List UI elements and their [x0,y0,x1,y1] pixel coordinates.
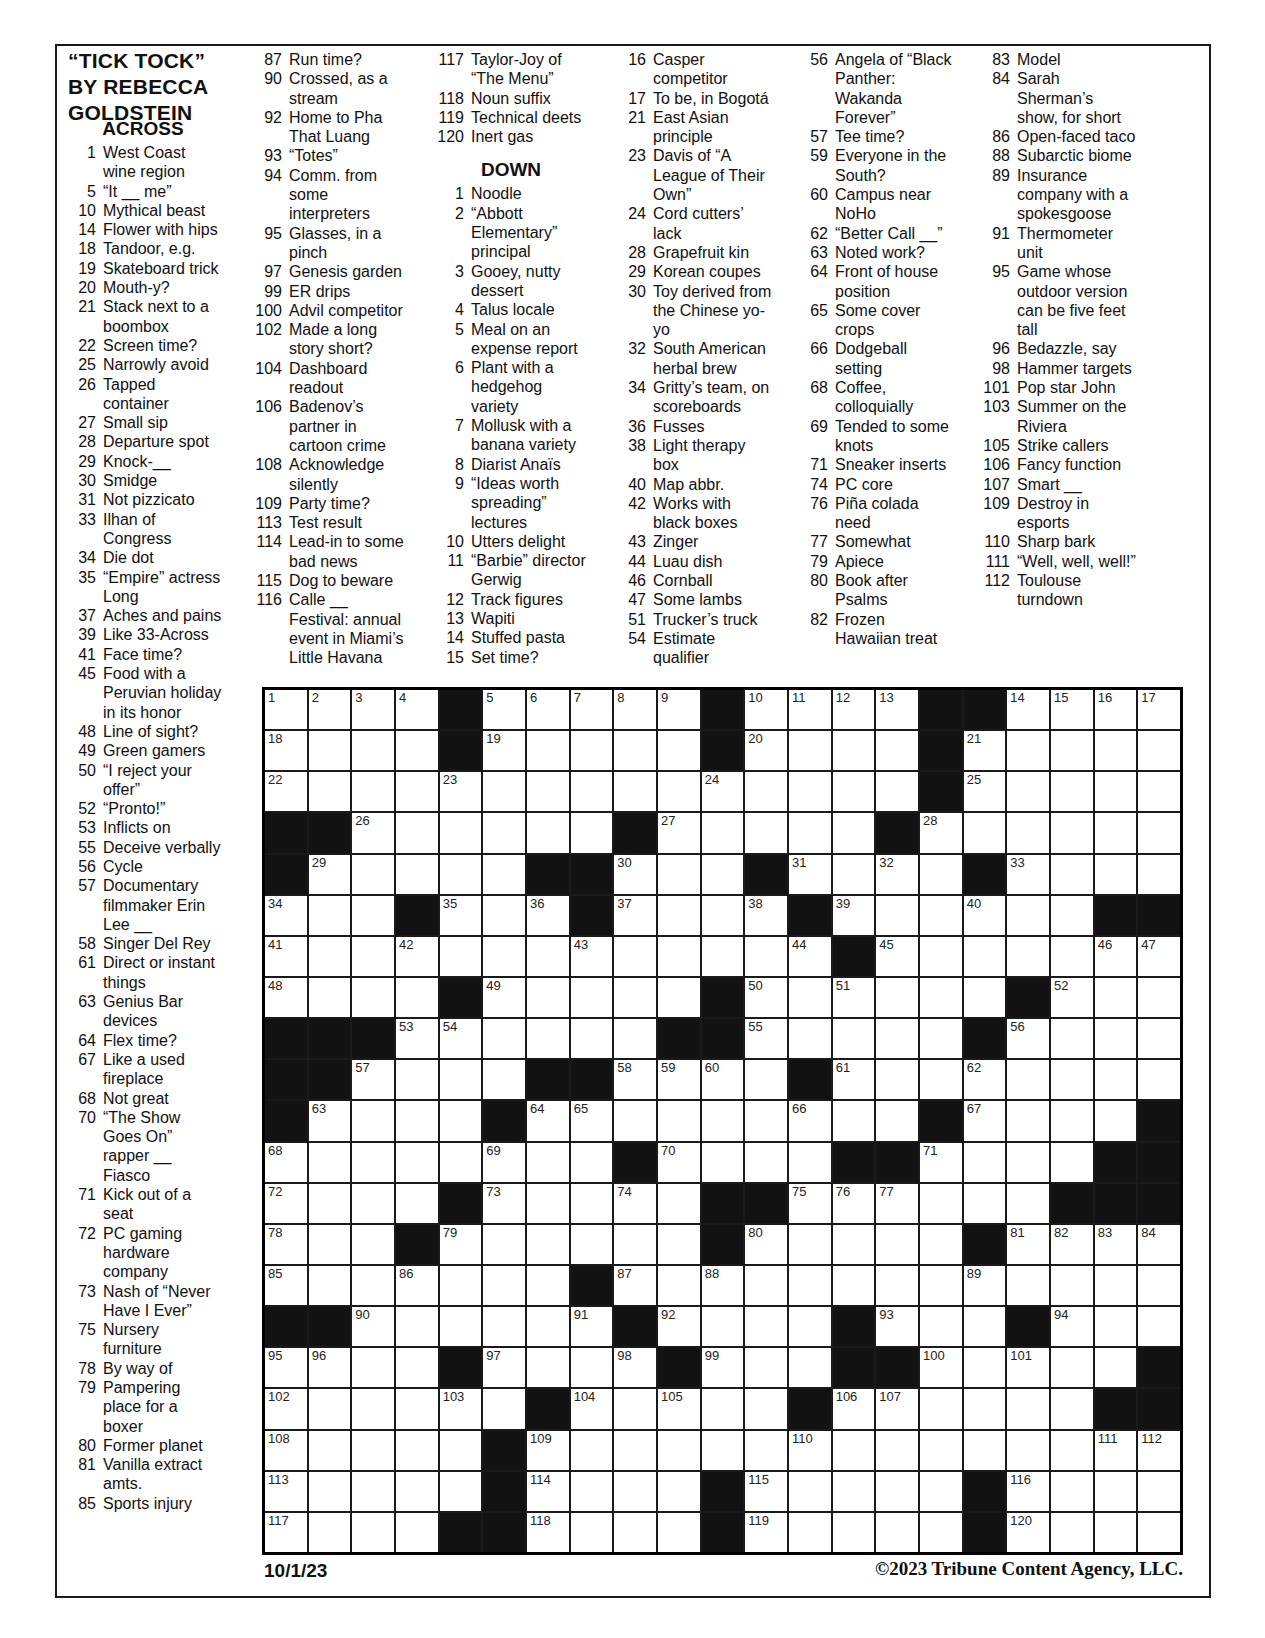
grid-cell[interactable] [571,1472,613,1511]
grid-cell[interactable]: 24 [702,772,744,811]
grid-cell[interactable] [833,1019,875,1058]
grid-cell[interactable] [396,1348,438,1387]
grid-cell[interactable]: 20 [745,731,787,770]
grid-cell[interactable] [1095,1513,1137,1552]
grid-cell[interactable] [440,1266,482,1305]
grid-cell[interactable]: 39 [833,896,875,935]
grid-cell[interactable] [789,813,831,852]
grid-cell[interactable]: 54 [440,1019,482,1058]
grid-cell[interactable]: 49 [483,978,525,1017]
grid-cell[interactable]: 91 [571,1307,613,1346]
grid-cell[interactable] [1095,978,1137,1017]
grid-cell[interactable] [745,813,787,852]
grid-cell[interactable]: 79 [440,1225,482,1264]
grid-cell[interactable] [1138,813,1180,852]
grid-cell[interactable]: 78 [265,1225,307,1264]
grid-cell[interactable] [658,978,700,1017]
grid-cell[interactable]: 112 [1138,1431,1180,1470]
grid-cell[interactable] [396,855,438,894]
grid-cell[interactable] [440,1307,482,1346]
grid-cell[interactable] [614,1225,656,1264]
grid-cell[interactable]: 6 [527,690,569,729]
grid-cell[interactable] [1051,1266,1093,1305]
grid-cell[interactable]: 62 [964,1060,1006,1099]
grid-cell[interactable] [833,1472,875,1511]
grid-cell[interactable] [352,731,394,770]
grid-cell[interactable] [614,1431,656,1470]
grid-cell[interactable] [352,772,394,811]
grid-cell[interactable]: 1 [265,690,307,729]
grid-cell[interactable]: 23 [440,772,482,811]
grid-cell[interactable] [964,1184,1006,1223]
grid-cell[interactable]: 37 [614,896,656,935]
grid-cell[interactable] [483,1225,525,1264]
grid-cell[interactable] [1007,1184,1049,1223]
grid-cell[interactable] [527,1019,569,1058]
grid-cell[interactable] [571,1348,613,1387]
grid-cell[interactable] [658,896,700,935]
grid-cell[interactable] [614,1101,656,1140]
grid-cell[interactable]: 21 [964,731,1006,770]
grid-cell[interactable] [920,1431,962,1470]
grid-cell[interactable] [396,1389,438,1428]
grid-cell[interactable]: 34 [265,896,307,935]
grid-cell[interactable]: 12 [833,690,875,729]
grid-cell[interactable]: 55 [745,1019,787,1058]
grid-cell[interactable] [1007,1266,1049,1305]
grid-cell[interactable] [483,1019,525,1058]
grid-cell[interactable]: 45 [876,937,918,976]
grid-cell[interactable] [483,772,525,811]
grid-cell[interactable] [614,731,656,770]
grid-cell[interactable] [833,1513,875,1552]
grid-cell[interactable]: 4 [396,690,438,729]
grid-cell[interactable] [964,1348,1006,1387]
grid-cell[interactable] [1007,813,1049,852]
grid-cell[interactable] [571,731,613,770]
grid-cell[interactable] [833,772,875,811]
grid-cell[interactable] [789,1307,831,1346]
grid-cell[interactable]: 69 [483,1143,525,1182]
grid-cell[interactable]: 11 [789,690,831,729]
grid-cell[interactable]: 64 [527,1101,569,1140]
grid-cell[interactable] [1007,937,1049,976]
grid-cell[interactable] [483,937,525,976]
grid-cell[interactable] [571,978,613,1017]
grid-cell[interactable] [658,1431,700,1470]
grid-cell[interactable]: 90 [352,1307,394,1346]
grid-cell[interactable] [1051,855,1093,894]
grid-cell[interactable]: 93 [876,1307,918,1346]
grid-cell[interactable] [309,978,351,1017]
grid-cell[interactable] [309,1143,351,1182]
grid-cell[interactable] [483,896,525,935]
grid-cell[interactable] [789,1225,831,1264]
grid-cell[interactable] [1095,1101,1137,1140]
grid-cell[interactable] [876,772,918,811]
grid-cell[interactable] [1138,731,1180,770]
grid-cell[interactable]: 52 [1051,978,1093,1017]
grid-cell[interactable] [527,1184,569,1223]
grid-cell[interactable] [309,1225,351,1264]
grid-cell[interactable] [352,1143,394,1182]
grid-cell[interactable] [614,1472,656,1511]
grid-cell[interactable] [527,813,569,852]
grid-cell[interactable]: 113 [265,1472,307,1511]
grid-cell[interactable]: 63 [309,1101,351,1140]
grid-cell[interactable] [1051,772,1093,811]
grid-cell[interactable]: 76 [833,1184,875,1223]
grid-cell[interactable] [1007,1431,1049,1470]
grid-cell[interactable] [745,1431,787,1470]
grid-cell[interactable]: 71 [920,1143,962,1182]
grid-cell[interactable] [1051,1348,1093,1387]
grid-cell[interactable] [527,978,569,1017]
grid-cell[interactable] [920,1184,962,1223]
grid-cell[interactable] [658,855,700,894]
grid-cell[interactable] [1007,1060,1049,1099]
grid-cell[interactable] [1095,1472,1137,1511]
grid-cell[interactable] [876,1431,918,1470]
grid-cell[interactable] [702,855,744,894]
grid-cell[interactable] [483,855,525,894]
grid-cell[interactable] [745,772,787,811]
grid-cell[interactable] [964,813,1006,852]
grid-cell[interactable] [833,1431,875,1470]
grid-cell[interactable]: 44 [789,937,831,976]
grid-cell[interactable] [1007,1389,1049,1428]
grid-cell[interactable] [658,1513,700,1552]
grid-cell[interactable] [745,937,787,976]
grid-cell[interactable] [527,1348,569,1387]
grid-cell[interactable]: 89 [964,1266,1006,1305]
grid-cell[interactable] [1007,772,1049,811]
grid-cell[interactable] [614,1513,656,1552]
grid-cell[interactable] [309,937,351,976]
grid-cell[interactable]: 80 [745,1225,787,1264]
grid-cell[interactable] [833,855,875,894]
grid-cell[interactable]: 74 [614,1184,656,1223]
grid-cell[interactable]: 50 [745,978,787,1017]
grid-cell[interactable]: 83 [1095,1225,1137,1264]
grid-cell[interactable]: 59 [658,1060,700,1099]
grid-cell[interactable]: 60 [702,1060,744,1099]
grid-cell[interactable] [1095,731,1137,770]
grid-cell[interactable] [527,1143,569,1182]
grid-cell[interactable] [658,1225,700,1264]
grid-cell[interactable] [614,1389,656,1428]
grid-cell[interactable] [352,1101,394,1140]
grid-cell[interactable] [614,978,656,1017]
grid-cell[interactable] [1051,937,1093,976]
grid-cell[interactable] [920,1225,962,1264]
grid-cell[interactable]: 9 [658,690,700,729]
grid-cell[interactable]: 84 [1138,1225,1180,1264]
grid-cell[interactable] [440,1431,482,1470]
grid-cell[interactable] [789,1348,831,1387]
grid-cell[interactable]: 67 [964,1101,1006,1140]
grid-cell[interactable] [1051,1143,1093,1182]
grid-cell[interactable] [309,1184,351,1223]
grid-cell[interactable] [483,1307,525,1346]
grid-cell[interactable] [920,1513,962,1552]
grid-cell[interactable]: 111 [1095,1431,1137,1470]
grid-cell[interactable]: 35 [440,896,482,935]
grid-cell[interactable]: 43 [571,937,613,976]
grid-cell[interactable] [702,1143,744,1182]
grid-cell[interactable] [876,731,918,770]
grid-cell[interactable] [440,937,482,976]
grid-cell[interactable] [876,896,918,935]
grid-cell[interactable] [964,1431,1006,1470]
grid-cell[interactable] [352,1225,394,1264]
grid-cell[interactable] [1051,1060,1093,1099]
grid-cell[interactable]: 46 [1095,937,1137,976]
grid-cell[interactable] [876,1266,918,1305]
grid-cell[interactable] [702,1389,744,1428]
grid-cell[interactable]: 101 [1007,1348,1049,1387]
grid-cell[interactable] [396,1472,438,1511]
grid-cell[interactable] [352,1513,394,1552]
grid-cell[interactable] [440,813,482,852]
grid-cell[interactable] [396,1513,438,1552]
grid-cell[interactable] [789,731,831,770]
grid-cell[interactable] [789,772,831,811]
grid-cell[interactable]: 115 [745,1472,787,1511]
grid-cell[interactable] [833,1225,875,1264]
grid-cell[interactable] [1138,978,1180,1017]
grid-cell[interactable] [396,1101,438,1140]
grid-cell[interactable] [920,978,962,1017]
grid-cell[interactable] [658,1184,700,1223]
grid-cell[interactable] [1138,1266,1180,1305]
grid-cell[interactable] [658,937,700,976]
grid-cell[interactable] [1095,1307,1137,1346]
grid-cell[interactable] [745,1266,787,1305]
grid-cell[interactable]: 14 [1007,690,1049,729]
grid-cell[interactable]: 95 [265,1348,307,1387]
grid-cell[interactable]: 5 [483,690,525,729]
grid-cell[interactable] [658,772,700,811]
grid-cell[interactable]: 7 [571,690,613,729]
grid-cell[interactable]: 13 [876,690,918,729]
grid-cell[interactable] [789,1472,831,1511]
grid-cell[interactable] [876,1513,918,1552]
grid-cell[interactable]: 73 [483,1184,525,1223]
grid-cell[interactable] [396,813,438,852]
grid-cell[interactable] [614,1019,656,1058]
grid-cell[interactable]: 17 [1138,690,1180,729]
grid-cell[interactable] [1007,896,1049,935]
grid-cell[interactable] [527,1307,569,1346]
grid-cell[interactable]: 110 [789,1431,831,1470]
grid-cell[interactable] [876,1472,918,1511]
grid-cell[interactable] [440,1143,482,1182]
grid-cell[interactable]: 116 [1007,1472,1049,1511]
grid-cell[interactable] [920,1266,962,1305]
grid-cell[interactable]: 42 [396,937,438,976]
grid-cell[interactable] [1007,1143,1049,1182]
grid-cell[interactable] [1095,772,1137,811]
grid-cell[interactable]: 19 [483,731,525,770]
grid-cell[interactable]: 40 [964,896,1006,935]
grid-cell[interactable]: 2 [309,690,351,729]
grid-cell[interactable]: 87 [614,1266,656,1305]
grid-cell[interactable] [527,1266,569,1305]
grid-cell[interactable] [440,1060,482,1099]
grid-cell[interactable] [309,1266,351,1305]
grid-cell[interactable]: 70 [658,1143,700,1182]
grid-cell[interactable]: 85 [265,1266,307,1305]
grid-cell[interactable]: 107 [876,1389,918,1428]
grid-cell[interactable] [920,1307,962,1346]
grid-cell[interactable] [745,1143,787,1182]
grid-cell[interactable]: 98 [614,1348,656,1387]
grid-cell[interactable] [571,1431,613,1470]
grid-cell[interactable] [309,772,351,811]
grid-cell[interactable] [396,1060,438,1099]
grid-cell[interactable] [614,772,656,811]
grid-cell[interactable] [352,978,394,1017]
grid-cell[interactable] [571,1225,613,1264]
grid-cell[interactable]: 29 [309,855,351,894]
grid-cell[interactable]: 96 [309,1348,351,1387]
grid-cell[interactable]: 32 [876,855,918,894]
grid-cell[interactable]: 103 [440,1389,482,1428]
grid-cell[interactable] [876,1019,918,1058]
grid-cell[interactable]: 118 [527,1513,569,1552]
grid-cell[interactable] [789,1513,831,1552]
grid-cell[interactable] [745,1060,787,1099]
grid-cell[interactable] [1138,1513,1180,1552]
grid-cell[interactable] [1007,1101,1049,1140]
grid-cell[interactable] [702,1101,744,1140]
grid-cell[interactable] [396,978,438,1017]
grid-cell[interactable] [745,1348,787,1387]
grid-cell[interactable]: 51 [833,978,875,1017]
grid-cell[interactable] [964,978,1006,1017]
grid-cell[interactable] [396,772,438,811]
grid-cell[interactable] [571,1184,613,1223]
grid-cell[interactable]: 81 [1007,1225,1049,1264]
grid-cell[interactable] [396,1431,438,1470]
grid-cell[interactable] [571,1513,613,1552]
grid-cell[interactable] [352,937,394,976]
grid-cell[interactable] [352,1266,394,1305]
grid-cell[interactable] [1095,1266,1137,1305]
grid-cell[interactable] [1051,1101,1093,1140]
grid-cell[interactable]: 33 [1007,855,1049,894]
grid-cell[interactable] [702,937,744,976]
grid-cell[interactable] [964,1143,1006,1182]
grid-cell[interactable] [309,1472,351,1511]
grid-cell[interactable]: 66 [789,1101,831,1140]
grid-cell[interactable] [352,1348,394,1387]
grid-cell[interactable] [527,1225,569,1264]
grid-cell[interactable] [1051,1389,1093,1428]
grid-cell[interactable] [658,731,700,770]
grid-cell[interactable] [1138,1307,1180,1346]
grid-cell[interactable]: 88 [702,1266,744,1305]
grid-cell[interactable]: 65 [571,1101,613,1140]
grid-cell[interactable] [702,813,744,852]
grid-cell[interactable] [1051,1019,1093,1058]
grid-cell[interactable] [658,1266,700,1305]
grid-cell[interactable] [352,1184,394,1223]
grid-cell[interactable] [483,1389,525,1428]
grid-cell[interactable]: 16 [1095,690,1137,729]
grid-cell[interactable]: 109 [527,1431,569,1470]
grid-cell[interactable] [920,896,962,935]
grid-cell[interactable] [964,937,1006,976]
grid-cell[interactable]: 102 [265,1389,307,1428]
grid-cell[interactable]: 22 [265,772,307,811]
grid-cell[interactable]: 57 [352,1060,394,1099]
grid-cell[interactable] [352,1472,394,1511]
grid-cell[interactable]: 82 [1051,1225,1093,1264]
grid-cell[interactable] [833,1101,875,1140]
grid-cell[interactable] [309,1389,351,1428]
grid-cell[interactable] [309,896,351,935]
grid-cell[interactable] [1051,813,1093,852]
grid-cell[interactable]: 119 [745,1513,787,1552]
grid-cell[interactable] [920,1472,962,1511]
grid-cell[interactable]: 100 [920,1348,962,1387]
grid-cell[interactable] [1095,1060,1137,1099]
grid-cell[interactable] [483,813,525,852]
grid-cell[interactable]: 72 [265,1184,307,1223]
grid-cell[interactable]: 92 [658,1307,700,1346]
grid-cell[interactable] [1095,1348,1137,1387]
grid-cell[interactable]: 117 [265,1513,307,1552]
grid-cell[interactable] [789,1266,831,1305]
grid-cell[interactable] [789,1143,831,1182]
grid-cell[interactable]: 108 [265,1431,307,1470]
grid-cell[interactable] [1051,731,1093,770]
grid-cell[interactable] [920,855,962,894]
grid-cell[interactable]: 68 [265,1143,307,1182]
grid-cell[interactable]: 8 [614,690,656,729]
grid-cell[interactable] [396,1307,438,1346]
grid-cell[interactable]: 105 [658,1389,700,1428]
grid-cell[interactable] [1138,772,1180,811]
grid-cell[interactable] [352,896,394,935]
grid-cell[interactable] [658,1472,700,1511]
grid-cell[interactable]: 41 [265,937,307,976]
grid-cell[interactable] [571,1143,613,1182]
grid-cell[interactable]: 53 [396,1019,438,1058]
grid-cell[interactable] [527,937,569,976]
grid-cell[interactable] [440,855,482,894]
grid-cell[interactable] [745,1389,787,1428]
grid-cell[interactable]: 104 [571,1389,613,1428]
grid-cell[interactable]: 26 [352,813,394,852]
grid-cell[interactable]: 58 [614,1060,656,1099]
grid-cell[interactable] [745,1101,787,1140]
grid-cell[interactable] [309,1513,351,1552]
grid-cell[interactable] [920,1389,962,1428]
grid-cell[interactable] [702,1431,744,1470]
grid-cell[interactable]: 31 [789,855,831,894]
grid-cell[interactable]: 77 [876,1184,918,1223]
grid-cell[interactable] [1051,1513,1093,1552]
grid-cell[interactable] [789,1019,831,1058]
grid-cell[interactable] [614,937,656,976]
grid-cell[interactable] [1138,1060,1180,1099]
grid-cell[interactable] [1007,731,1049,770]
grid-cell[interactable] [309,731,351,770]
grid-cell[interactable] [1138,1019,1180,1058]
